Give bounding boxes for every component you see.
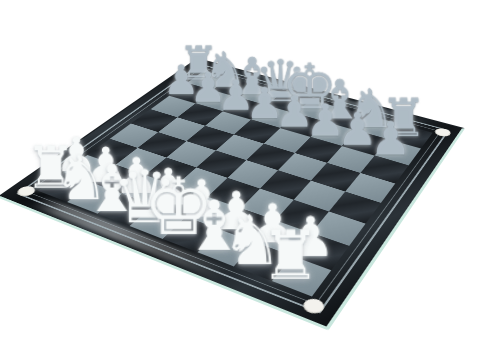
piece-white-rook: ♜ [260,223,321,291]
product-photo: ♜♞♝♛♚♝♞♜♟♟♟♟♟♟♟♟♟♟♟♟♟♟♟♟♜♞♝♛♚♝♞♜ [0,0,500,340]
corner-pad-h8 [433,127,453,138]
corner-pad-h1 [300,296,328,316]
board-scene: ♜♞♝♛♚♝♞♜♟♟♟♟♟♟♟♟♟♟♟♟♟♟♟♟♜♞♝♛♚♝♞♜ [0,0,500,340]
chess-board: ♜♞♝♛♚♝♞♜♟♟♟♟♟♟♟♟♟♟♟♟♟♟♟♟♜♞♝♛♚♝♞♜ [0,58,465,330]
board-grid: ♜♞♝♛♚♝♞♜♟♟♟♟♟♟♟♟♟♟♟♟♟♟♟♟♜♞♝♛♚♝♞♜ [38,71,433,297]
piece-black-pawn: ♟ [370,115,411,161]
